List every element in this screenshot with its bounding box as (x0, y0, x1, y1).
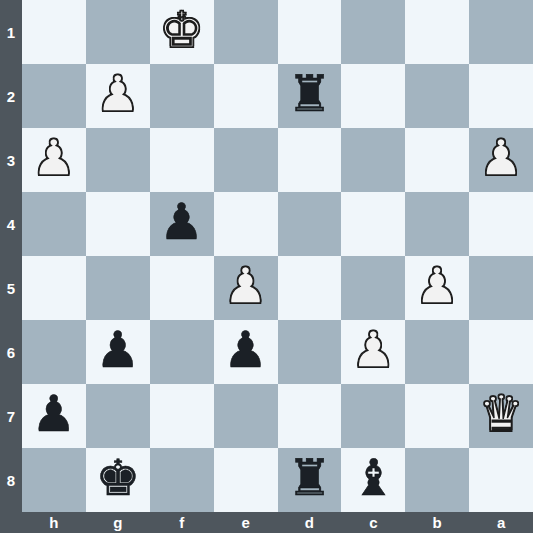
square-a5[interactable] (469, 256, 533, 320)
square-g8[interactable]: ♚ (86, 448, 150, 512)
square-b8[interactable] (405, 448, 469, 512)
square-c8[interactable]: ♝ (341, 448, 405, 512)
square-a1[interactable] (469, 0, 533, 64)
square-e4[interactable] (214, 192, 278, 256)
white-pawn-a3[interactable]: ♟ (479, 133, 524, 183)
square-c6[interactable]: ♟ (341, 320, 405, 384)
square-b6[interactable] (405, 320, 469, 384)
square-d6[interactable] (278, 320, 342, 384)
square-a7[interactable]: ♛ (469, 384, 533, 448)
file-label-g: g (86, 512, 150, 533)
black-pawn-h7[interactable]: ♟ (32, 389, 77, 439)
file-label-h: h (22, 512, 86, 533)
square-h1[interactable] (22, 0, 86, 64)
square-e8[interactable] (214, 448, 278, 512)
white-pawn-b5[interactable]: ♟ (415, 261, 460, 311)
square-g7[interactable] (86, 384, 150, 448)
square-e3[interactable] (214, 128, 278, 192)
white-pawn-h3[interactable]: ♟ (32, 133, 77, 183)
square-h7[interactable]: ♟ (22, 384, 86, 448)
square-c4[interactable] (341, 192, 405, 256)
rank-label-6: 6 (0, 320, 22, 384)
black-pawn-e6[interactable]: ♟ (223, 325, 268, 375)
square-h2[interactable] (22, 64, 86, 128)
white-pawn-e5[interactable]: ♟ (223, 261, 268, 311)
black-pawn-g6[interactable]: ♟ (95, 325, 140, 375)
file-label-d: d (278, 512, 342, 533)
square-f1[interactable]: ♚ (150, 0, 214, 64)
square-d5[interactable] (278, 256, 342, 320)
square-h6[interactable] (22, 320, 86, 384)
black-king-g8[interactable]: ♚ (95, 453, 140, 503)
rank-label-1: 1 (0, 0, 22, 64)
rank-label-3: 3 (0, 128, 22, 192)
square-g6[interactable]: ♟ (86, 320, 150, 384)
white-queen-a7[interactable]: ♛ (479, 389, 524, 439)
square-d4[interactable] (278, 192, 342, 256)
square-g3[interactable] (86, 128, 150, 192)
white-king-f1[interactable]: ♚ (159, 5, 204, 55)
black-pawn-f4[interactable]: ♟ (159, 197, 204, 247)
gutter-corner (0, 512, 22, 533)
square-f3[interactable] (150, 128, 214, 192)
file-label-e: e (214, 512, 278, 533)
square-a8[interactable] (469, 448, 533, 512)
square-g5[interactable] (86, 256, 150, 320)
rank-label-5: 5 (0, 256, 22, 320)
square-c1[interactable] (341, 0, 405, 64)
square-d7[interactable] (278, 384, 342, 448)
black-rook-d2[interactable]: ♜ (287, 69, 332, 119)
square-b7[interactable] (405, 384, 469, 448)
square-b2[interactable] (405, 64, 469, 128)
square-b1[interactable] (405, 0, 469, 64)
square-f5[interactable] (150, 256, 214, 320)
square-b4[interactable] (405, 192, 469, 256)
square-c2[interactable] (341, 64, 405, 128)
square-e1[interactable] (214, 0, 278, 64)
rank-label-2: 2 (0, 64, 22, 128)
file-label-b: b (405, 512, 469, 533)
square-f7[interactable] (150, 384, 214, 448)
square-b5[interactable]: ♟ (405, 256, 469, 320)
file-label-f: f (150, 512, 214, 533)
square-f8[interactable] (150, 448, 214, 512)
square-a3[interactable]: ♟ (469, 128, 533, 192)
square-h5[interactable] (22, 256, 86, 320)
square-f2[interactable] (150, 64, 214, 128)
square-h8[interactable] (22, 448, 86, 512)
rank-label-4: 4 (0, 192, 22, 256)
square-h4[interactable] (22, 192, 86, 256)
square-g1[interactable] (86, 0, 150, 64)
square-b3[interactable] (405, 128, 469, 192)
square-g2[interactable]: ♟ (86, 64, 150, 128)
square-d2[interactable]: ♜ (278, 64, 342, 128)
white-pawn-c6[interactable]: ♟ (351, 325, 396, 375)
square-a2[interactable] (469, 64, 533, 128)
black-rook-d8[interactable]: ♜ (287, 453, 332, 503)
rank-label-7: 7 (0, 384, 22, 448)
square-e7[interactable] (214, 384, 278, 448)
file-label-a: a (469, 512, 533, 533)
square-f6[interactable] (150, 320, 214, 384)
square-c5[interactable] (341, 256, 405, 320)
square-c7[interactable] (341, 384, 405, 448)
square-a6[interactable] (469, 320, 533, 384)
white-pawn-g2[interactable]: ♟ (95, 69, 140, 119)
square-f4[interactable]: ♟ (150, 192, 214, 256)
square-h3[interactable]: ♟ (22, 128, 86, 192)
rank-label-8: 8 (0, 448, 22, 512)
square-g4[interactable] (86, 192, 150, 256)
square-d1[interactable] (278, 0, 342, 64)
chess-board: 1♚2♟♜3♟♟4♟5♟♟6♟♟♟7♟♛8♚♜♝hgfedcba (0, 0, 533, 533)
black-bishop-c8[interactable]: ♝ (351, 453, 396, 503)
square-e6[interactable]: ♟ (214, 320, 278, 384)
square-d8[interactable]: ♜ (278, 448, 342, 512)
square-d3[interactable] (278, 128, 342, 192)
square-c3[interactable] (341, 128, 405, 192)
file-label-c: c (341, 512, 405, 533)
square-e2[interactable] (214, 64, 278, 128)
square-a4[interactable] (469, 192, 533, 256)
square-e5[interactable]: ♟ (214, 256, 278, 320)
